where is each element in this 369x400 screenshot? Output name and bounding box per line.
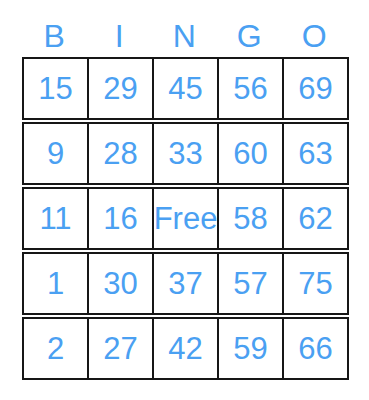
bingo-cell[interactable]: 69: [282, 57, 349, 120]
bingo-cell[interactable]: 63: [282, 122, 349, 185]
bingo-cell[interactable]: 56: [217, 57, 284, 120]
bingo-board: 15294556699283360631116Free5862130375775…: [22, 57, 349, 380]
board-row: 130375775: [22, 252, 349, 315]
bingo-cell[interactable]: 45: [152, 57, 219, 120]
bingo-cell[interactable]: 27: [87, 317, 154, 380]
board-row: 1529455669: [22, 57, 349, 120]
board-row: 1116Free5862: [22, 187, 349, 250]
column-letter-n: N: [152, 0, 217, 57]
bingo-cell[interactable]: 33: [152, 122, 219, 185]
column-letter-g: G: [217, 0, 282, 57]
bingo-card: B I N G O 15294556699283360631116Free586…: [0, 0, 369, 400]
column-letter-o: O: [282, 0, 347, 57]
bingo-cell[interactable]: 2: [22, 317, 89, 380]
bingo-cell[interactable]: 28: [87, 122, 154, 185]
bingo-cell[interactable]: 15: [22, 57, 89, 120]
bingo-cell[interactable]: 11: [22, 187, 89, 250]
bingo-cell[interactable]: 66: [282, 317, 349, 380]
bingo-cell[interactable]: 1: [22, 252, 89, 315]
bingo-cell[interactable]: 9: [22, 122, 89, 185]
column-letter-b: B: [22, 0, 87, 57]
bingo-cell[interactable]: 30: [87, 252, 154, 315]
bingo-cell[interactable]: 59: [217, 317, 284, 380]
board-row: 227425966: [22, 317, 349, 380]
bingo-cell[interactable]: 75: [282, 252, 349, 315]
bingo-cell[interactable]: 62: [282, 187, 349, 250]
bingo-cell[interactable]: 57: [217, 252, 284, 315]
bingo-header: B I N G O: [22, 0, 369, 57]
board-row: 928336063: [22, 122, 349, 185]
column-letter-i: I: [87, 0, 152, 57]
bingo-cell[interactable]: 29: [87, 57, 154, 120]
bingo-cell[interactable]: 60: [217, 122, 284, 185]
bingo-cell[interactable]: 42: [152, 317, 219, 380]
bingo-cell-free[interactable]: Free: [152, 187, 219, 250]
bingo-cell[interactable]: 58: [217, 187, 284, 250]
bingo-cell[interactable]: 16: [87, 187, 154, 250]
bingo-cell[interactable]: 37: [152, 252, 219, 315]
